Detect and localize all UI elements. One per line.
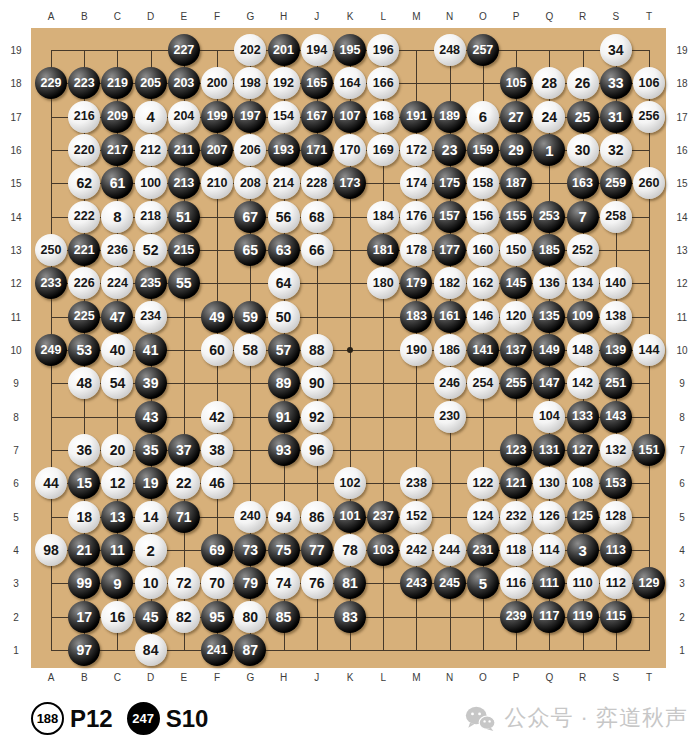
stone-E13: 215 [168,234,200,266]
coord-label-right: 18 [676,78,687,89]
stone-D15: 100 [135,167,167,199]
stone-R10: 148 [567,334,599,366]
stone-D2: 45 [135,601,167,633]
coord-label-left: 16 [10,145,21,156]
stone-H15: 214 [268,167,300,199]
coord-label-top: C [114,11,121,22]
coord-label-top: Q [545,11,553,22]
stone-D11: 234 [135,301,167,333]
stone-F17: 199 [201,101,233,133]
stone-F1: 241 [201,634,233,666]
stone-S19: 34 [600,34,632,66]
stone-N11: 161 [434,301,466,333]
stone-J7: 96 [301,434,333,466]
go-kifu-diagram: AABBCCDDEEFFGGHHJJKKLLMMNNOOPPQQRRSSTT19… [0,0,700,749]
stone-H11: 50 [268,301,300,333]
coord-label-left: 4 [13,545,19,556]
stone-S5: 128 [600,501,632,533]
stone-P7: 123 [500,434,532,466]
coord-label-top: B [81,11,88,22]
coord-label-left: 19 [10,45,21,56]
stone-A10: 249 [35,334,67,366]
stone-D17: 4 [135,101,167,133]
stone-F16: 207 [201,134,233,166]
stone-G2: 80 [234,601,266,633]
stone-D5: 14 [135,501,167,533]
stone-R16: 30 [567,134,599,166]
watermark: 公众号 · 弈道秋声 [465,703,688,733]
coord-label-left: 13 [10,245,21,256]
coord-label-bottom: R [579,672,586,683]
stone-R7: 127 [567,434,599,466]
stone-T17: 256 [633,101,665,133]
coord-label-bottom: E [181,672,188,683]
stone-E6: 22 [168,467,200,499]
coord-label-bottom: H [280,672,287,683]
stone-N15: 175 [434,167,466,199]
star-point [347,347,353,353]
stone-O12: 162 [467,267,499,299]
coord-label-bottom: J [314,672,319,683]
coord-label-top: D [147,11,154,22]
coord-label-bottom: Q [545,672,553,683]
stone-S7: 132 [600,434,632,466]
stone-N17: 189 [434,101,466,133]
stone-P16: 29 [500,134,532,166]
stone-R9: 142 [567,367,599,399]
stone-H19: 201 [268,34,300,66]
caption-white-point: P12 [70,705,113,733]
stone-D14: 218 [135,201,167,233]
stone-R6: 108 [567,467,599,499]
stone-M14: 176 [400,201,432,233]
coord-label-top: R [579,11,586,22]
coord-label-top: E [181,11,188,22]
stone-L5: 237 [367,501,399,533]
stone-H7: 93 [268,434,300,466]
coord-label-bottom: A [48,672,55,683]
stone-K4: 78 [334,534,366,566]
stone-K19: 195 [334,34,366,66]
stone-H2: 85 [268,601,300,633]
stone-C17: 209 [101,101,133,133]
stone-E3: 72 [168,567,200,599]
stone-J13: 66 [301,234,333,266]
stone-P11: 120 [500,301,532,333]
stone-B5: 18 [68,501,100,533]
stone-N3: 245 [434,567,466,599]
coord-label-left: 5 [13,511,19,522]
stone-H13: 63 [268,234,300,266]
stone-M11: 183 [400,301,432,333]
stone-A13: 250 [35,234,67,266]
stone-E19: 227 [168,34,200,66]
coord-label-top: H [280,11,287,22]
stone-O14: 156 [467,201,499,233]
coord-label-bottom: T [646,672,652,683]
coord-label-bottom: O [479,672,487,683]
stone-J16: 171 [301,134,333,166]
stone-S2: 115 [600,601,632,633]
coord-label-right: 4 [679,545,685,556]
stone-S10: 139 [600,334,632,366]
stone-C11: 47 [101,301,133,333]
coord-label-bottom: F [214,672,220,683]
stone-M5: 152 [400,501,432,533]
stone-F10: 60 [201,334,233,366]
stone-F7: 38 [201,434,233,466]
stone-N16: 23 [434,134,466,166]
stone-L4: 103 [367,534,399,566]
coord-label-bottom: C [114,672,121,683]
stone-S9: 251 [600,367,632,399]
stone-S15: 259 [600,167,632,199]
coord-label-top: A [48,11,55,22]
stone-E5: 71 [168,501,200,533]
stone-J4: 77 [301,534,333,566]
stone-P13: 150 [500,234,532,266]
coord-label-right: 5 [679,511,685,522]
coord-label-right: 13 [676,245,687,256]
stone-O5: 124 [467,501,499,533]
coord-label-right: 3 [679,578,685,589]
caption-white-stone: 188 [31,702,64,735]
stone-B1: 97 [68,634,100,666]
stone-P17: 27 [500,101,532,133]
stone-J10: 88 [301,334,333,366]
stone-R4: 3 [567,534,599,566]
coord-label-top: P [513,11,520,22]
coord-label-right: 12 [676,278,687,289]
stone-H12: 64 [268,267,300,299]
stone-N10: 186 [434,334,466,366]
coord-label-bottom: B [81,672,88,683]
stone-R3: 110 [567,567,599,599]
coord-label-right: 6 [679,478,685,489]
stone-J3: 76 [301,567,333,599]
stone-D7: 35 [135,434,167,466]
stone-S14: 258 [600,201,632,233]
stone-E16: 211 [168,134,200,166]
stone-R15: 163 [567,167,599,199]
stone-G14: 67 [234,201,266,233]
stone-R2: 119 [567,601,599,633]
stone-T10: 144 [633,334,665,366]
stone-D13: 52 [135,234,167,266]
coord-label-left: 12 [10,278,21,289]
stone-Q11: 135 [533,301,565,333]
stone-P14: 155 [500,201,532,233]
stone-H17: 154 [268,101,300,133]
stone-S11: 138 [600,301,632,333]
stone-E7: 37 [168,434,200,466]
stone-F2: 95 [201,601,233,633]
stone-D4: 2 [135,534,167,566]
stone-R13: 252 [567,234,599,266]
stone-O6: 122 [467,467,499,499]
stone-R12: 134 [567,267,599,299]
stone-E12: 55 [168,267,200,299]
stone-E14: 51 [168,201,200,233]
coord-label-bottom: D [147,672,154,683]
stone-S8: 143 [600,401,632,433]
move-repeat-caption: 188 P12 247 S10 [31,702,216,735]
coord-label-bottom: M [412,672,420,683]
stone-Q8: 104 [533,401,565,433]
coord-label-bottom: S [612,672,619,683]
stone-K16: 170 [334,134,366,166]
coord-label-top: N [446,11,453,22]
coord-label-bottom: P [513,672,520,683]
stone-O9: 254 [467,367,499,399]
stone-J9: 90 [301,367,333,399]
stone-G17: 197 [234,101,266,133]
stone-B2: 17 [68,601,100,633]
stone-J14: 68 [301,201,333,233]
coord-label-right: 2 [679,611,685,622]
stone-Q5: 126 [533,501,565,533]
stone-J18: 165 [301,67,333,99]
coord-label-bottom: L [380,672,386,683]
stone-P4: 118 [500,534,532,566]
stone-A4: 98 [35,534,67,566]
stone-P10: 137 [500,334,532,366]
coord-label-left: 17 [10,111,21,122]
stone-P2: 239 [500,601,532,633]
coord-label-top: K [347,11,354,22]
stone-H3: 74 [268,567,300,599]
coord-label-top: M [412,11,420,22]
coord-label-bottom: G [246,672,254,683]
stone-O11: 146 [467,301,499,333]
coord-label-top: T [646,11,652,22]
stone-B7: 36 [68,434,100,466]
coord-label-top: G [246,11,254,22]
coord-label-left: 14 [10,211,21,222]
stone-C14: 8 [101,201,133,233]
stone-S12: 140 [600,267,632,299]
coord-label-bottom: K [347,672,354,683]
stone-O15: 158 [467,167,499,199]
stone-Q14: 253 [533,201,565,233]
coord-label-left: 18 [10,78,21,89]
stone-R5: 125 [567,501,599,533]
stone-B13: 221 [68,234,100,266]
stone-F8: 42 [201,401,233,433]
stone-E17: 204 [168,101,200,133]
stone-D18: 205 [135,67,167,99]
coord-label-right: 15 [676,178,687,189]
coord-label-left: 2 [13,611,19,622]
stone-F4: 69 [201,534,233,566]
coord-label-right: 17 [676,111,687,122]
coord-label-left: 15 [10,178,21,189]
coord-label-right: 19 [676,45,687,56]
stone-J5: 86 [301,501,333,533]
coord-label-left: 7 [13,445,19,456]
stone-S3: 112 [600,567,632,599]
stone-Q17: 24 [533,101,565,133]
coord-label-left: 10 [10,345,21,356]
stone-D9: 39 [135,367,167,399]
stone-T7: 151 [633,434,665,466]
stone-D12: 235 [135,267,167,299]
stone-N14: 157 [434,201,466,233]
stone-R17: 25 [567,101,599,133]
stone-C2: 16 [101,601,133,633]
stone-C5: 13 [101,501,133,533]
stone-D10: 41 [135,334,167,366]
coord-label-right: 16 [676,145,687,156]
stone-S16: 32 [600,134,632,166]
coord-label-left: 6 [13,478,19,489]
stone-O3: 5 [467,567,499,599]
coord-label-right: 11 [677,311,687,322]
stone-N19: 248 [434,34,466,66]
stone-M17: 191 [400,101,432,133]
stone-G5: 240 [234,501,266,533]
stone-N12: 182 [434,267,466,299]
stone-H4: 75 [268,534,300,566]
coord-label-right: 9 [679,378,685,389]
stone-P5: 232 [500,501,532,533]
stone-O13: 160 [467,234,499,266]
stone-N4: 244 [434,534,466,566]
stone-E2: 82 [168,601,200,633]
stone-B10: 53 [68,334,100,366]
stone-R8: 133 [567,401,599,433]
stone-K5: 101 [334,501,366,533]
stone-J19: 194 [301,34,333,66]
stone-D3: 10 [135,567,167,599]
stone-S18: 33 [600,67,632,99]
stone-N9: 246 [434,367,466,399]
coord-label-top: J [314,11,319,22]
coord-label-left: 3 [13,578,19,589]
stone-J8: 92 [301,401,333,433]
stone-R14: 7 [567,201,599,233]
coord-label-bottom: N [446,672,453,683]
stone-D16: 212 [135,134,167,166]
coord-label-left: 9 [13,378,19,389]
coord-label-right: 10 [676,345,687,356]
coord-label-right: 7 [679,445,685,456]
stone-H5: 94 [268,501,300,533]
stone-E15: 213 [168,167,200,199]
stone-Q2: 117 [533,601,565,633]
stone-R18: 26 [567,67,599,99]
stone-O19: 257 [467,34,499,66]
stone-H16: 193 [268,134,300,166]
stone-B16: 220 [68,134,100,166]
coord-label-right: 14 [676,211,687,222]
coord-label-top: O [479,11,487,22]
stone-O10: 141 [467,334,499,366]
stone-B14: 222 [68,201,100,233]
stone-J15: 228 [301,167,333,199]
stone-N13: 177 [434,234,466,266]
stone-K2: 83 [334,601,366,633]
stone-H8: 91 [268,401,300,433]
stone-H9: 89 [268,367,300,399]
watermark-text: 公众号 · 弈道秋声 [504,703,688,733]
stone-L17: 168 [367,101,399,133]
caption-black-point: S10 [166,705,209,733]
stone-L14: 184 [367,201,399,233]
stone-B11: 225 [68,301,100,333]
stone-F11: 49 [201,301,233,333]
stone-G11: 59 [234,301,266,333]
wechat-icon [465,706,495,731]
coord-label-top: L [380,11,386,22]
coord-label-right: 1 [679,645,685,656]
stone-N8: 230 [434,401,466,433]
stone-B4: 21 [68,534,100,566]
stone-S17: 31 [600,101,632,133]
stone-O4: 231 [467,534,499,566]
stone-L13: 181 [367,234,399,266]
coord-label-top: F [214,11,220,22]
stone-D8: 43 [135,401,167,433]
coord-label-top: S [612,11,619,22]
stone-D6: 19 [135,467,167,499]
stone-O16: 159 [467,134,499,166]
stone-B17: 216 [68,101,100,133]
stone-H10: 57 [268,334,300,366]
stone-D1: 84 [135,634,167,666]
stone-H14: 56 [268,201,300,233]
stone-L16: 169 [367,134,399,166]
stone-S4: 113 [600,534,632,566]
stone-O17: 6 [467,101,499,133]
coord-label-left: 8 [13,411,19,422]
stone-H18: 192 [268,67,300,99]
caption-black-stone: 247 [127,702,160,735]
stone-R11: 109 [567,301,599,333]
stone-K17: 107 [334,101,366,133]
stone-S6: 153 [600,467,632,499]
stone-J17: 167 [301,101,333,133]
coord-label-left: 11 [11,311,21,322]
stone-E18: 203 [168,67,200,99]
stone-L19: 196 [367,34,399,66]
coord-label-left: 1 [13,645,19,656]
coord-label-right: 8 [679,411,685,422]
